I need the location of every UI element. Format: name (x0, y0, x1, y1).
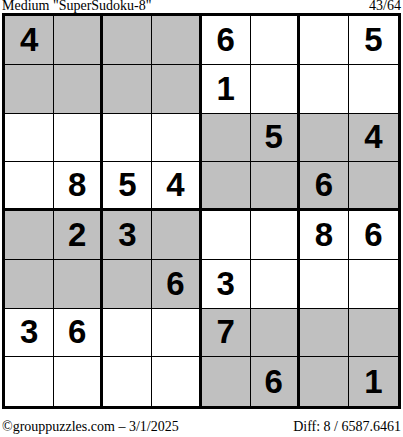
cell-r7c8[interactable] (349, 309, 398, 358)
cell-r3c3[interactable] (103, 114, 152, 163)
progress-counter: 43/64 (369, 0, 401, 13)
cell-r2c4[interactable] (152, 65, 201, 114)
cell-r1c2[interactable] (54, 16, 103, 65)
cell-r6c5[interactable]: 3 (202, 260, 251, 309)
cell-r4c7[interactable]: 6 (300, 162, 349, 211)
cell-r1c4[interactable] (152, 16, 201, 65)
copyright-text: ©grouppuzzles.com – 3/1/2025 (2, 419, 179, 435)
cell-r2c1[interactable] (5, 65, 54, 114)
cell-r4c1[interactable] (5, 162, 54, 211)
cell-r3c8[interactable]: 4 (349, 114, 398, 163)
cell-r1c1[interactable]: 4 (5, 16, 54, 65)
cell-r2c3[interactable] (103, 65, 152, 114)
cell-r8c6[interactable]: 6 (251, 357, 300, 406)
puzzle-page: Medium "SuperSudoku-8" 43/64 46515485462… (0, 0, 403, 437)
cell-r1c8[interactable]: 5 (349, 16, 398, 65)
cell-r4c4[interactable]: 4 (152, 162, 201, 211)
cell-r1c7[interactable] (300, 16, 349, 65)
cell-r5c4[interactable] (152, 211, 201, 260)
cell-r2c7[interactable] (300, 65, 349, 114)
cell-r4c8[interactable] (349, 162, 398, 211)
cell-r6c8[interactable] (349, 260, 398, 309)
cell-r7c1[interactable]: 3 (5, 309, 54, 358)
cell-r3c1[interactable] (5, 114, 54, 163)
cell-r6c1[interactable] (5, 260, 54, 309)
cell-r1c5[interactable]: 6 (202, 16, 251, 65)
cell-r5c2[interactable]: 2 (54, 211, 103, 260)
cell-r1c3[interactable] (103, 16, 152, 65)
cell-r6c4[interactable]: 6 (152, 260, 201, 309)
cell-r2c5[interactable]: 1 (202, 65, 251, 114)
cell-r5c7[interactable]: 8 (300, 211, 349, 260)
cell-r2c6[interactable] (251, 65, 300, 114)
cell-r2c2[interactable] (54, 65, 103, 114)
cell-r6c2[interactable] (54, 260, 103, 309)
cell-r8c8[interactable]: 1 (349, 357, 398, 406)
sudoku-board: 465154854623866336761 (2, 13, 401, 409)
cell-r8c7[interactable] (300, 357, 349, 406)
cell-r1c6[interactable] (251, 16, 300, 65)
cell-r7c7[interactable] (300, 309, 349, 358)
cell-r3c4[interactable] (152, 114, 201, 163)
cell-r8c5[interactable] (202, 357, 251, 406)
cell-r4c5[interactable] (202, 162, 251, 211)
cell-r8c1[interactable] (5, 357, 54, 406)
cell-r5c8[interactable]: 6 (349, 211, 398, 260)
cell-r6c7[interactable] (300, 260, 349, 309)
cell-r5c1[interactable] (5, 211, 54, 260)
cell-r4c6[interactable] (251, 162, 300, 211)
cell-r8c3[interactable] (103, 357, 152, 406)
cell-r6c6[interactable] (251, 260, 300, 309)
cell-r3c6[interactable]: 5 (251, 114, 300, 163)
cell-r7c6[interactable] (251, 309, 300, 358)
cell-r7c5[interactable]: 7 (202, 309, 251, 358)
cell-r7c3[interactable] (103, 309, 152, 358)
page-title: Medium "SuperSudoku-8" (2, 0, 151, 13)
cell-r8c4[interactable] (152, 357, 201, 406)
cell-r3c7[interactable] (300, 114, 349, 163)
footer: ©grouppuzzles.com – 3/1/2025 Diff: 8 / 6… (2, 419, 401, 435)
cell-r8c2[interactable] (54, 357, 103, 406)
cell-r3c5[interactable] (202, 114, 251, 163)
cell-r2c8[interactable] (349, 65, 398, 114)
cell-r3c2[interactable] (54, 114, 103, 163)
difficulty-text: Diff: 8 / 6587.6461 (293, 419, 401, 435)
cell-r7c4[interactable] (152, 309, 201, 358)
cell-r5c3[interactable]: 3 (103, 211, 152, 260)
cell-r6c3[interactable] (103, 260, 152, 309)
cell-r7c2[interactable]: 6 (54, 309, 103, 358)
cell-r5c5[interactable] (202, 211, 251, 260)
cell-r5c6[interactable] (251, 211, 300, 260)
header: Medium "SuperSudoku-8" 43/64 (2, 0, 401, 13)
cell-r4c3[interactable]: 5 (103, 162, 152, 211)
cell-r4c2[interactable]: 8 (54, 162, 103, 211)
